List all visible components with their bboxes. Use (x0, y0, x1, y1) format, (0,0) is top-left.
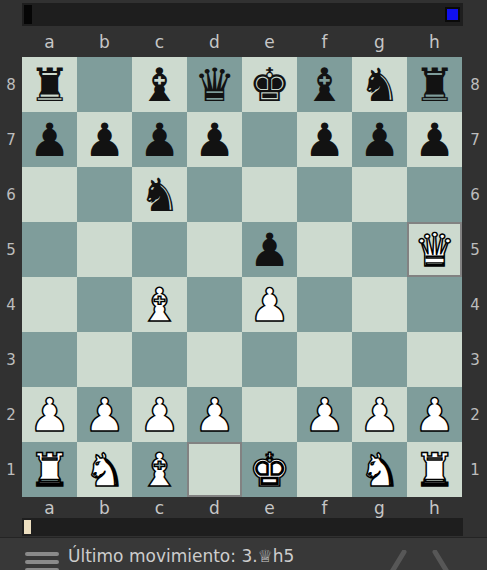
rank-label-5: 5 (463, 222, 487, 277)
file-label-g: g (352, 497, 407, 518)
file-label-c: c (132, 26, 187, 57)
square-c7[interactable]: ♟ (132, 112, 187, 167)
rank-label-3: 3 (0, 332, 22, 387)
file-label-d: d (187, 26, 242, 57)
square-f8[interactable]: ♝ (297, 57, 352, 112)
square-d8[interactable]: ♛ (187, 57, 242, 112)
square-h4[interactable] (407, 277, 462, 332)
square-b6[interactable] (77, 167, 132, 222)
square-a1[interactable]: ♜ (22, 442, 77, 497)
file-label-h: h (407, 26, 462, 57)
chess-app-window: { "game": "chess", "position": { "fen": … (0, 0, 487, 570)
white-pawn-piece: ♟ (139, 392, 180, 438)
rank-label-2: 2 (463, 387, 487, 442)
white-pawn-piece: ♟ (249, 282, 290, 328)
square-c4[interactable]: ♝ (132, 277, 187, 332)
square-g3[interactable] (352, 332, 407, 387)
rank-label-7: 7 (0, 112, 22, 167)
file-label-f: f (297, 497, 352, 518)
black-pawn-piece: ♟ (359, 117, 400, 163)
black-pawn-piece: ♟ (194, 117, 235, 163)
black-pawn-piece: ♟ (84, 117, 125, 163)
square-g8[interactable]: ♞ (352, 57, 407, 112)
blue-square-marker (445, 7, 460, 22)
square-e6[interactable] (242, 167, 297, 222)
square-f3[interactable] (297, 332, 352, 387)
square-a6[interactable] (22, 167, 77, 222)
rank-labels-right: 87654321 (463, 57, 487, 497)
white-pawn-piece: ♟ (29, 392, 70, 438)
rank-label-7: 7 (463, 112, 487, 167)
rank-label-6: 6 (463, 167, 487, 222)
rank-label-3: 3 (463, 332, 487, 387)
square-c1[interactable]: ♝ (132, 442, 187, 497)
square-d2[interactable]: ♟ (187, 387, 242, 442)
white-rook-piece: ♜ (29, 447, 70, 493)
black-pawn-piece: ♟ (249, 227, 290, 273)
white-pawn-piece: ♟ (359, 392, 400, 438)
square-h7[interactable]: ♟ (407, 112, 462, 167)
black-knight-piece: ♞ (359, 62, 400, 108)
file-label-b: b (77, 497, 132, 518)
rank-label-8: 8 (463, 57, 487, 112)
black-rook-piece: ♜ (414, 62, 455, 108)
rank-label-1: 1 (463, 442, 487, 497)
square-g2[interactable]: ♟ (352, 387, 407, 442)
file-label-g: g (352, 26, 407, 57)
square-e7[interactable] (242, 112, 297, 167)
file-labels-top: abcdefgh (22, 26, 462, 57)
file-label-b: b (77, 26, 132, 57)
white-bishop-piece: ♝ (139, 447, 180, 493)
white-pawn-piece: ♟ (414, 392, 455, 438)
square-b1[interactable]: ♞ (77, 442, 132, 497)
square-a2[interactable]: ♟ (22, 387, 77, 442)
black-king-piece: ♚ (249, 62, 290, 108)
file-label-e: e (242, 26, 297, 57)
square-d6[interactable] (187, 167, 242, 222)
black-queen-piece: ♛ (194, 62, 235, 108)
bottom-seek-bar[interactable] (22, 518, 463, 536)
white-pawn-piece: ♟ (194, 392, 235, 438)
square-b8[interactable] (77, 57, 132, 112)
rank-label-8: 8 (0, 57, 22, 112)
white-pawn-piece: ♟ (304, 392, 345, 438)
white-knight-piece: ♞ (84, 447, 125, 493)
square-g6[interactable] (352, 167, 407, 222)
rank-labels-left: 87654321 (0, 57, 22, 497)
rank-label-1: 1 (0, 442, 22, 497)
black-pawn-piece: ♟ (139, 117, 180, 163)
square-f1[interactable] (297, 442, 352, 497)
bottom-seek-thumb[interactable] (24, 520, 31, 534)
square-a7[interactable]: ♟ (22, 112, 77, 167)
file-labels-bottom: abcdefgh (22, 497, 462, 518)
square-b5[interactable] (77, 222, 132, 277)
white-rook-piece: ♜ (414, 447, 455, 493)
file-label-e: e (242, 497, 297, 518)
square-e5[interactable]: ♟ (242, 222, 297, 277)
square-g4[interactable] (352, 277, 407, 332)
square-h1[interactable]: ♜ (407, 442, 462, 497)
top-seek-thumb[interactable] (24, 5, 32, 24)
square-b3[interactable] (77, 332, 132, 387)
square-c3[interactable] (132, 332, 187, 387)
previous-move-button[interactable] (386, 550, 408, 570)
black-bishop-piece: ♝ (304, 62, 345, 108)
square-e3[interactable] (242, 332, 297, 387)
square-c5[interactable] (132, 222, 187, 277)
top-seek-bar[interactable] (22, 3, 463, 26)
square-b2[interactable]: ♟ (77, 387, 132, 442)
chess-board: ♜♝♛♚♝♞♜♟♟♟♟♟♟♟♞♟♛♝♟♟♟♟♟♟♟♟♜♞♝♚♞♜ (22, 57, 462, 497)
square-c2[interactable]: ♟ (132, 387, 187, 442)
square-f2[interactable]: ♟ (297, 387, 352, 442)
file-label-d: d (187, 497, 242, 518)
square-e8[interactable]: ♚ (242, 57, 297, 112)
square-h8[interactable]: ♜ (407, 57, 462, 112)
white-queen-piece: ♛ (414, 227, 455, 273)
square-f7[interactable]: ♟ (297, 112, 352, 167)
next-move-button[interactable] (431, 550, 453, 570)
square-b4[interactable] (77, 277, 132, 332)
last-move-status: Último movimiento: 3.♕h5 (68, 546, 294, 566)
square-g5[interactable] (352, 222, 407, 277)
square-d4[interactable] (187, 277, 242, 332)
white-knight-piece: ♞ (359, 447, 400, 493)
square-d3[interactable] (187, 332, 242, 387)
square-h6[interactable] (407, 167, 462, 222)
square-f6[interactable] (297, 167, 352, 222)
rank-label-4: 4 (0, 277, 22, 332)
black-pawn-piece: ♟ (29, 117, 70, 163)
square-d1[interactable] (187, 442, 242, 497)
square-b7[interactable]: ♟ (77, 112, 132, 167)
white-king-piece: ♚ (249, 447, 290, 493)
square-e1[interactable]: ♚ (242, 442, 297, 497)
square-f4[interactable] (297, 277, 352, 332)
square-h2[interactable]: ♟ (407, 387, 462, 442)
file-label-h: h (407, 497, 462, 518)
file-label-a: a (22, 26, 77, 57)
square-f5[interactable] (297, 222, 352, 277)
black-knight-piece: ♞ (139, 172, 180, 218)
square-a3[interactable] (22, 332, 77, 387)
square-g7[interactable]: ♟ (352, 112, 407, 167)
rank-label-6: 6 (0, 167, 22, 222)
square-a5[interactable] (22, 222, 77, 277)
black-bishop-piece: ♝ (139, 62, 180, 108)
square-e4[interactable]: ♟ (242, 277, 297, 332)
square-c6[interactable]: ♞ (132, 167, 187, 222)
square-d5[interactable] (187, 222, 242, 277)
rank-label-5: 5 (0, 222, 22, 277)
square-d7[interactable]: ♟ (187, 112, 242, 167)
black-pawn-piece: ♟ (414, 117, 455, 163)
white-pawn-piece: ♟ (84, 392, 125, 438)
square-g1[interactable]: ♞ (352, 442, 407, 497)
black-pawn-piece: ♟ (304, 117, 345, 163)
bottom-toolbar: Último movimiento: 3.♕h5 (0, 537, 487, 570)
rank-label-2: 2 (0, 387, 22, 442)
file-label-a: a (22, 497, 77, 518)
white-bishop-piece: ♝ (139, 282, 180, 328)
square-a4[interactable] (22, 277, 77, 332)
square-e2[interactable] (242, 387, 297, 442)
square-c8[interactable]: ♝ (132, 57, 187, 112)
rank-label-4: 4 (463, 277, 487, 332)
file-label-c: c (132, 497, 187, 518)
square-a8[interactable]: ♜ (22, 57, 77, 112)
black-rook-piece: ♜ (29, 62, 70, 108)
square-h3[interactable] (407, 332, 462, 387)
menu-icon[interactable] (25, 552, 59, 570)
file-label-f: f (297, 26, 352, 57)
square-h5[interactable]: ♛ (407, 222, 462, 277)
